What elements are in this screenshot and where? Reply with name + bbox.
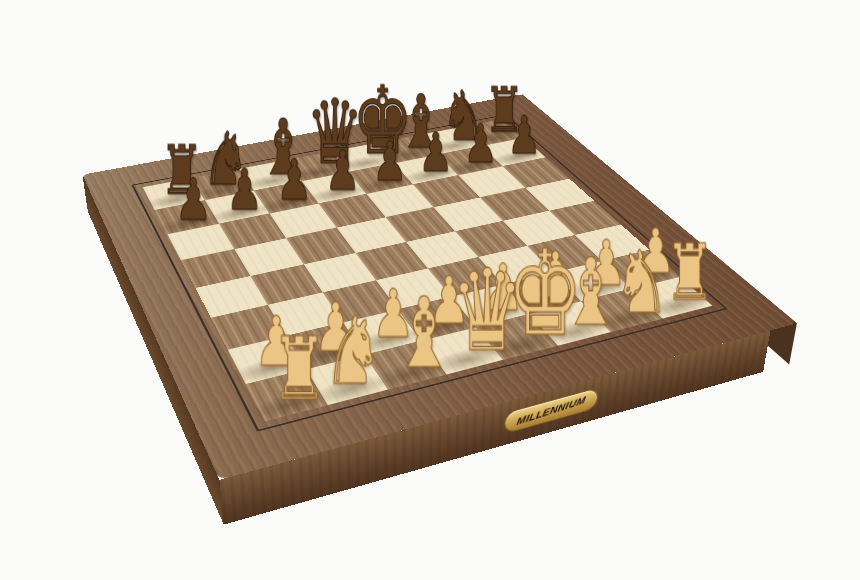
piece-white-rook[interactable]: ♜ (665, 234, 711, 312)
piece-white-queen[interactable]: ♛ (451, 254, 500, 367)
piece-black-pawn[interactable]: ♟ (224, 162, 265, 219)
piece-black-pawn[interactable]: ♟ (323, 144, 363, 199)
piece-black-pawn[interactable]: ♟ (370, 135, 409, 189)
piece-black-pawn[interactable]: ♟ (274, 153, 314, 209)
brand-label: MILLENNIUM (516, 394, 587, 427)
piece-white-rook[interactable]: ♜ (271, 326, 322, 413)
piece-black-pawn[interactable]: ♟ (461, 118, 499, 171)
product-photo-scene: ♜♞♝♛♚♝♞♜♟♟♟♟♟♟♟♟♟♟♟♟♟♟♟♟♜♞♝♛♚♝♞♜ MILLENN… (0, 0, 860, 580)
piece-black-pawn[interactable]: ♟ (173, 172, 214, 229)
piece-white-knight[interactable]: ♞ (333, 304, 383, 397)
piece-white-bishop[interactable]: ♝ (393, 285, 443, 382)
piece-black-pawn[interactable]: ♟ (505, 110, 543, 162)
chess-board: ♜♞♝♛♚♝♞♜♟♟♟♟♟♟♟♟♟♟♟♟♟♟♟♟♜♞♝♛♚♝♞♜ MILLENN… (82, 94, 796, 480)
piece-black-pawn[interactable]: ♟ (416, 126, 455, 180)
